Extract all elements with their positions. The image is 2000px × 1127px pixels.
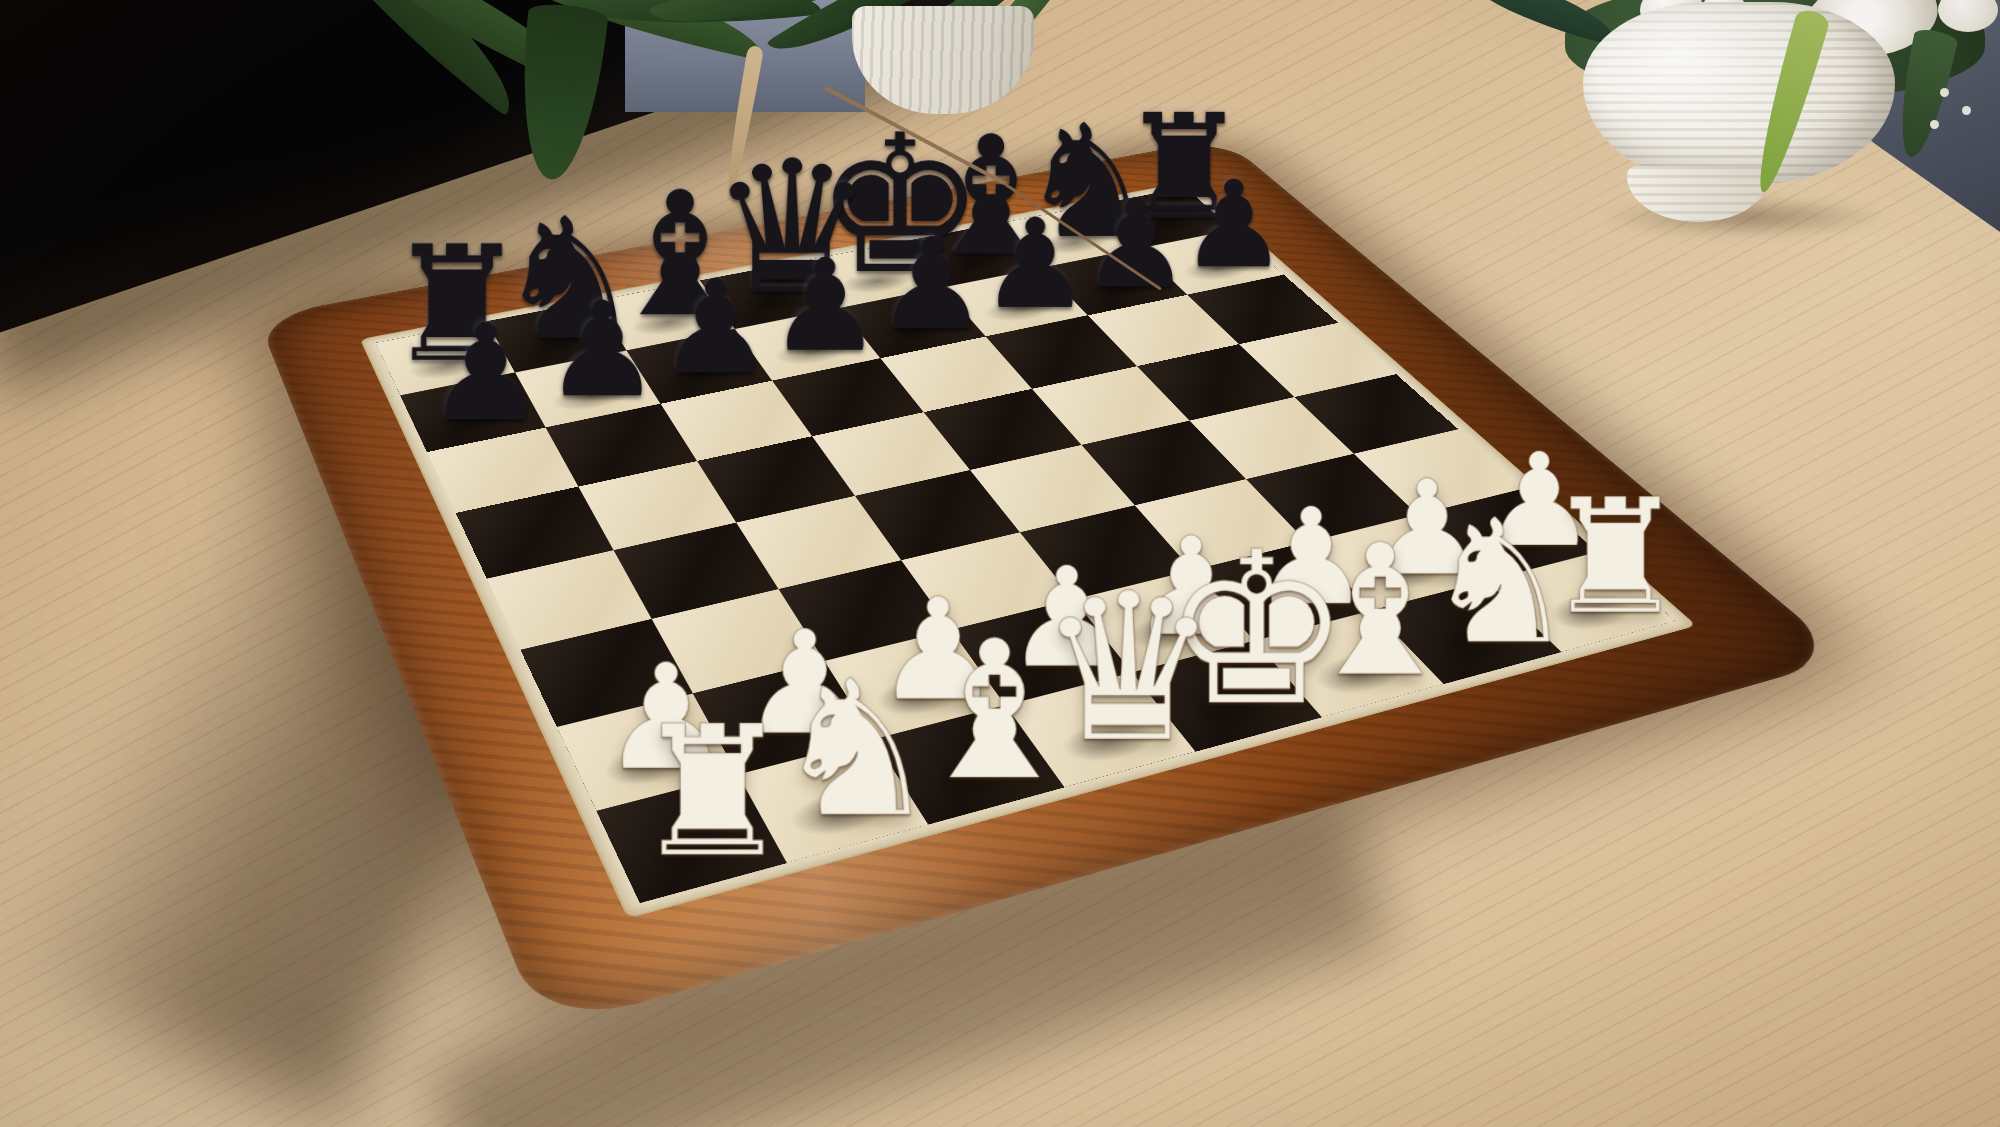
piece-shadow [1350,546,1463,598]
piece-shadow [1234,574,1348,628]
piece-shadow [1533,584,1649,638]
square-f3 [1135,479,1307,570]
flower-sprig [1930,120,1939,129]
flower-sprig [1940,88,1949,97]
piece-shadow [593,731,713,795]
piece-shadow [778,779,903,846]
piece-shadow [991,634,1107,691]
flower-sprig [1962,106,1971,115]
piece-shadow [730,698,849,760]
photo-scene: { "game": "chess", "scene": { "descripti… [0,0,2000,1127]
white-vase [1583,2,1895,184]
